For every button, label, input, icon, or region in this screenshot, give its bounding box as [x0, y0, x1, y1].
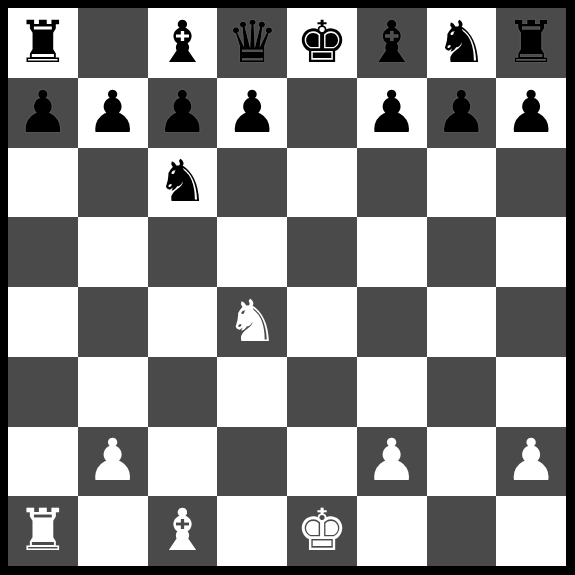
piece-white-pawn[interactable]: ♟	[505, 431, 557, 489]
square-d7[interactable]: ♟	[217, 78, 287, 148]
piece-black-rook[interactable]: ♜	[505, 13, 557, 71]
square-c1[interactable]: ♝	[148, 496, 218, 566]
square-h1[interactable]	[496, 496, 566, 566]
piece-black-bishop[interactable]: ♝	[366, 13, 418, 71]
square-c5[interactable]	[148, 217, 218, 287]
square-c4[interactable]	[148, 287, 218, 357]
square-e7[interactable]	[287, 78, 357, 148]
square-e4[interactable]	[287, 287, 357, 357]
square-d6[interactable]	[217, 148, 287, 218]
chess-board-frame: ♜♝♛♚♝♞♜♟♟♟♟♟♟♟♞♞♟♟♟♜♝♚	[0, 0, 575, 575]
square-b2[interactable]: ♟	[78, 427, 148, 497]
square-f2[interactable]: ♟	[357, 427, 427, 497]
square-c7[interactable]: ♟	[148, 78, 218, 148]
square-a2[interactable]	[8, 427, 78, 497]
square-g5[interactable]	[427, 217, 497, 287]
piece-black-pawn[interactable]: ♟	[366, 83, 418, 141]
square-d1[interactable]	[217, 496, 287, 566]
square-b4[interactable]	[78, 287, 148, 357]
square-g2[interactable]	[427, 427, 497, 497]
square-d5[interactable]	[217, 217, 287, 287]
square-e1[interactable]: ♚	[287, 496, 357, 566]
square-b1[interactable]	[78, 496, 148, 566]
square-h5[interactable]	[496, 217, 566, 287]
square-h8[interactable]: ♜	[496, 8, 566, 78]
square-c6[interactable]: ♞	[148, 148, 218, 218]
piece-black-pawn[interactable]: ♟	[435, 83, 487, 141]
square-c8[interactable]: ♝	[148, 8, 218, 78]
square-a6[interactable]	[8, 148, 78, 218]
square-a4[interactable]	[8, 287, 78, 357]
square-g8[interactable]: ♞	[427, 8, 497, 78]
piece-white-knight[interactable]: ♞	[226, 292, 278, 350]
piece-black-pawn[interactable]: ♟	[17, 83, 69, 141]
square-g7[interactable]: ♟	[427, 78, 497, 148]
piece-black-pawn[interactable]: ♟	[156, 83, 208, 141]
square-f7[interactable]: ♟	[357, 78, 427, 148]
square-c3[interactable]	[148, 357, 218, 427]
square-e2[interactable]	[287, 427, 357, 497]
square-a1[interactable]: ♜	[8, 496, 78, 566]
piece-white-rook[interactable]: ♜	[17, 501, 69, 559]
square-b5[interactable]	[78, 217, 148, 287]
square-h7[interactable]: ♟	[496, 78, 566, 148]
square-f6[interactable]	[357, 148, 427, 218]
square-g1[interactable]	[427, 496, 497, 566]
square-f5[interactable]	[357, 217, 427, 287]
square-d3[interactable]	[217, 357, 287, 427]
piece-black-rook[interactable]: ♜	[17, 13, 69, 71]
square-f1[interactable]	[357, 496, 427, 566]
square-f4[interactable]	[357, 287, 427, 357]
square-b6[interactable]	[78, 148, 148, 218]
square-e3[interactable]	[287, 357, 357, 427]
square-f8[interactable]: ♝	[357, 8, 427, 78]
square-h2[interactable]: ♟	[496, 427, 566, 497]
square-a7[interactable]: ♟	[8, 78, 78, 148]
square-e5[interactable]	[287, 217, 357, 287]
piece-black-pawn[interactable]: ♟	[505, 83, 557, 141]
piece-black-pawn[interactable]: ♟	[226, 83, 278, 141]
piece-white-pawn[interactable]: ♟	[366, 431, 418, 489]
piece-white-pawn[interactable]: ♟	[87, 431, 139, 489]
square-a5[interactable]	[8, 217, 78, 287]
square-h6[interactable]	[496, 148, 566, 218]
square-b7[interactable]: ♟	[78, 78, 148, 148]
piece-black-knight[interactable]: ♞	[156, 152, 208, 210]
square-e8[interactable]: ♚	[287, 8, 357, 78]
square-g3[interactable]	[427, 357, 497, 427]
square-a8[interactable]: ♜	[8, 8, 78, 78]
piece-white-king[interactable]: ♚	[296, 501, 348, 559]
square-b3[interactable]	[78, 357, 148, 427]
square-a3[interactable]	[8, 357, 78, 427]
square-h3[interactable]	[496, 357, 566, 427]
square-d8[interactable]: ♛	[217, 8, 287, 78]
chess-board: ♜♝♛♚♝♞♜♟♟♟♟♟♟♟♞♞♟♟♟♜♝♚	[8, 8, 566, 566]
square-b8[interactable]	[78, 8, 148, 78]
piece-black-pawn[interactable]: ♟	[87, 83, 139, 141]
piece-black-bishop[interactable]: ♝	[156, 13, 208, 71]
square-g4[interactable]	[427, 287, 497, 357]
piece-black-king[interactable]: ♚	[296, 13, 348, 71]
piece-black-queen[interactable]: ♛	[226, 13, 278, 71]
square-f3[interactable]	[357, 357, 427, 427]
square-e6[interactable]	[287, 148, 357, 218]
square-c2[interactable]	[148, 427, 218, 497]
square-d2[interactable]	[217, 427, 287, 497]
square-d4[interactable]: ♞	[217, 287, 287, 357]
piece-white-bishop[interactable]: ♝	[156, 501, 208, 559]
square-g6[interactable]	[427, 148, 497, 218]
square-h4[interactable]	[496, 287, 566, 357]
piece-black-knight[interactable]: ♞	[435, 13, 487, 71]
